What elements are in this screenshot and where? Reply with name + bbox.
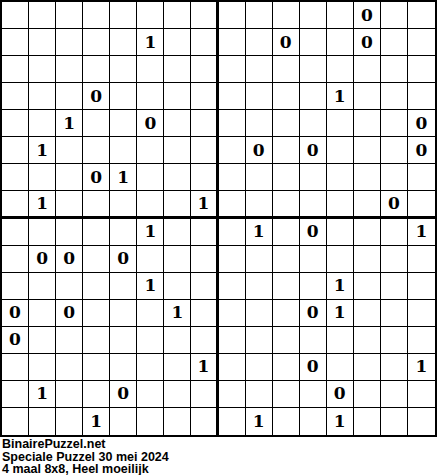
cell-empty[interactable] <box>408 83 435 110</box>
cell-empty[interactable] <box>191 408 218 435</box>
cell-empty[interactable] <box>327 246 354 273</box>
cell-empty[interactable] <box>83 2 110 29</box>
cell-given-0[interactable]: 0 <box>408 110 435 137</box>
cell-empty[interactable] <box>29 300 56 327</box>
cell-empty[interactable] <box>29 408 56 435</box>
cell-empty[interactable] <box>164 56 191 83</box>
cell-empty[interactable] <box>381 354 408 381</box>
cell-given-0[interactable]: 0 <box>83 164 110 191</box>
cell-empty[interactable] <box>56 354 83 381</box>
cell-empty[interactable] <box>83 246 110 273</box>
cell-empty[interactable] <box>2 56 29 83</box>
cell-empty[interactable] <box>273 354 300 381</box>
cell-empty[interactable] <box>219 83 246 110</box>
cell-given-1[interactable]: 1 <box>29 137 56 164</box>
cell-empty[interactable] <box>381 164 408 191</box>
cell-empty[interactable] <box>164 246 191 273</box>
cell-empty[interactable] <box>381 300 408 327</box>
cell-empty[interactable] <box>164 408 191 435</box>
cell-empty[interactable] <box>191 29 218 56</box>
cell-given-0[interactable]: 0 <box>381 191 408 218</box>
cell-empty[interactable] <box>273 56 300 83</box>
puzzle-page: 0100011001000011101101000110010101011001… <box>0 0 437 475</box>
cell-empty[interactable] <box>273 137 300 164</box>
cell-empty[interactable] <box>408 327 435 354</box>
cell-empty[interactable] <box>354 83 381 110</box>
cell-empty[interactable] <box>137 2 164 29</box>
cell-empty[interactable] <box>408 300 435 327</box>
cell-empty[interactable] <box>354 137 381 164</box>
cell-empty[interactable] <box>2 2 29 29</box>
cell-given-0[interactable]: 0 <box>300 137 327 164</box>
cell-empty[interactable] <box>327 110 354 137</box>
cell-empty[interactable] <box>191 83 218 110</box>
cell-empty[interactable] <box>83 354 110 381</box>
cell-empty[interactable] <box>300 408 327 435</box>
cell-empty[interactable] <box>354 273 381 300</box>
cell-empty[interactable] <box>110 408 137 435</box>
cell-empty[interactable] <box>164 273 191 300</box>
cell-empty[interactable] <box>408 246 435 273</box>
cell-empty[interactable] <box>2 381 29 408</box>
cell-empty[interactable] <box>110 219 137 246</box>
cell-empty[interactable] <box>246 164 273 191</box>
cell-empty[interactable] <box>381 110 408 137</box>
cell-empty[interactable] <box>110 300 137 327</box>
cell-given-0[interactable]: 0 <box>300 354 327 381</box>
cell-given-1[interactable]: 1 <box>110 164 137 191</box>
cell-empty[interactable] <box>29 273 56 300</box>
cell-empty[interactable] <box>300 56 327 83</box>
cell-empty[interactable] <box>381 219 408 246</box>
cell-empty[interactable] <box>219 164 246 191</box>
cell-empty[interactable] <box>29 354 56 381</box>
cell-empty[interactable] <box>164 137 191 164</box>
cell-empty[interactable] <box>110 2 137 29</box>
footer: BinairePuzzel.net Speciale Puzzel 30 mei… <box>0 437 437 475</box>
cell-empty[interactable] <box>219 246 246 273</box>
cell-empty[interactable] <box>408 164 435 191</box>
cell-given-0[interactable]: 0 <box>83 83 110 110</box>
cell-empty[interactable] <box>327 29 354 56</box>
cell-empty[interactable] <box>137 246 164 273</box>
cell-given-0[interactable]: 0 <box>327 381 354 408</box>
cell-empty[interactable] <box>56 327 83 354</box>
cell-given-1[interactable]: 1 <box>191 191 218 218</box>
cell-given-1[interactable]: 1 <box>246 219 273 246</box>
cell-empty[interactable] <box>29 164 56 191</box>
cell-empty[interactable] <box>273 273 300 300</box>
cell-given-0[interactable]: 0 <box>300 300 327 327</box>
cell-empty[interactable] <box>137 137 164 164</box>
cell-empty[interactable] <box>137 300 164 327</box>
cell-empty[interactable] <box>300 2 327 29</box>
cell-empty[interactable] <box>273 110 300 137</box>
cell-empty[interactable] <box>29 56 56 83</box>
cell-empty[interactable] <box>2 273 29 300</box>
cell-empty[interactable] <box>300 29 327 56</box>
cell-given-0[interactable]: 0 <box>273 29 300 56</box>
cell-empty[interactable] <box>408 273 435 300</box>
cell-empty[interactable] <box>164 110 191 137</box>
cell-empty[interactable] <box>191 273 218 300</box>
cell-given-1[interactable]: 1 <box>327 408 354 435</box>
cell-given-0[interactable]: 0 <box>246 137 273 164</box>
cell-given-1[interactable]: 1 <box>408 354 435 381</box>
cell-empty[interactable] <box>300 246 327 273</box>
cell-empty[interactable] <box>137 56 164 83</box>
cell-empty[interactable] <box>273 300 300 327</box>
cell-empty[interactable] <box>246 381 273 408</box>
cell-empty[interactable] <box>83 137 110 164</box>
cell-empty[interactable] <box>191 381 218 408</box>
cell-empty[interactable] <box>2 219 29 246</box>
cell-empty[interactable] <box>381 83 408 110</box>
cell-empty[interactable] <box>354 219 381 246</box>
cell-empty[interactable] <box>300 381 327 408</box>
cell-empty[interactable] <box>354 56 381 83</box>
cell-empty[interactable] <box>110 29 137 56</box>
cell-empty[interactable] <box>56 191 83 218</box>
cell-given-0[interactable]: 0 <box>110 246 137 273</box>
cell-empty[interactable] <box>219 2 246 29</box>
cell-empty[interactable] <box>29 2 56 29</box>
cell-empty[interactable] <box>408 191 435 218</box>
cell-given-1[interactable]: 1 <box>137 219 164 246</box>
cell-empty[interactable] <box>381 137 408 164</box>
cell-empty[interactable] <box>219 327 246 354</box>
cell-empty[interactable] <box>164 327 191 354</box>
cell-empty[interactable] <box>56 137 83 164</box>
site-name: BinairePuzzel.net <box>2 438 437 451</box>
cell-empty[interactable] <box>408 56 435 83</box>
cell-empty[interactable] <box>354 408 381 435</box>
cell-empty[interactable] <box>29 110 56 137</box>
cell-empty[interactable] <box>219 137 246 164</box>
cell-empty[interactable] <box>408 381 435 408</box>
cell-empty[interactable] <box>164 29 191 56</box>
cell-empty[interactable] <box>56 408 83 435</box>
cell-empty[interactable] <box>83 29 110 56</box>
cell-empty[interactable] <box>381 381 408 408</box>
cell-empty[interactable] <box>56 56 83 83</box>
cell-empty[interactable] <box>381 273 408 300</box>
cell-empty[interactable] <box>110 56 137 83</box>
cell-empty[interactable] <box>354 300 381 327</box>
cell-empty[interactable] <box>56 83 83 110</box>
cell-given-1[interactable]: 1 <box>56 110 83 137</box>
cell-empty[interactable] <box>56 29 83 56</box>
cell-given-0[interactable]: 0 <box>56 246 83 273</box>
cell-empty[interactable] <box>219 408 246 435</box>
cell-empty[interactable] <box>273 83 300 110</box>
cell-given-0[interactable]: 0 <box>110 381 137 408</box>
cell-empty[interactable] <box>137 191 164 218</box>
cell-empty[interactable] <box>246 191 273 218</box>
cell-given-1[interactable]: 1 <box>164 300 191 327</box>
cell-given-0[interactable]: 0 <box>137 110 164 137</box>
cell-empty[interactable] <box>219 56 246 83</box>
cell-given-0[interactable]: 0 <box>56 300 83 327</box>
cell-empty[interactable] <box>408 2 435 29</box>
cell-empty[interactable] <box>327 56 354 83</box>
cell-given-0[interactable]: 0 <box>2 327 29 354</box>
cell-given-1[interactable]: 1 <box>191 354 218 381</box>
cell-empty[interactable] <box>137 354 164 381</box>
cell-empty[interactable] <box>246 273 273 300</box>
cell-empty[interactable] <box>354 110 381 137</box>
cell-empty[interactable] <box>300 191 327 218</box>
cell-empty[interactable] <box>219 29 246 56</box>
cell-empty[interactable] <box>164 219 191 246</box>
cell-empty[interactable] <box>164 354 191 381</box>
cell-empty[interactable] <box>2 137 29 164</box>
cell-empty[interactable] <box>164 2 191 29</box>
cell-given-0[interactable]: 0 <box>408 137 435 164</box>
cell-empty[interactable] <box>29 29 56 56</box>
cell-empty[interactable] <box>381 56 408 83</box>
cell-empty[interactable] <box>246 246 273 273</box>
cell-empty[interactable] <box>300 273 327 300</box>
cell-empty[interactable] <box>83 191 110 218</box>
cell-empty[interactable] <box>219 354 246 381</box>
cell-given-1[interactable]: 1 <box>29 381 56 408</box>
cell-empty[interactable] <box>2 110 29 137</box>
cell-empty[interactable] <box>137 408 164 435</box>
cell-empty[interactable] <box>381 327 408 354</box>
cell-empty[interactable] <box>273 164 300 191</box>
cell-given-1[interactable]: 1 <box>408 219 435 246</box>
cell-empty[interactable] <box>110 137 137 164</box>
cell-empty[interactable] <box>164 83 191 110</box>
cell-empty[interactable] <box>2 354 29 381</box>
cell-given-1[interactable]: 1 <box>137 29 164 56</box>
cell-given-1[interactable]: 1 <box>137 273 164 300</box>
cell-empty[interactable] <box>327 354 354 381</box>
binary-puzzle-board: 0100011001000011101101000110010101011001… <box>0 0 437 437</box>
cell-given-0[interactable]: 0 <box>300 219 327 246</box>
cell-given-0[interactable]: 0 <box>354 29 381 56</box>
cell-empty[interactable] <box>408 408 435 435</box>
cell-empty[interactable] <box>191 56 218 83</box>
cell-empty[interactable] <box>327 327 354 354</box>
cell-empty[interactable] <box>56 219 83 246</box>
cell-empty[interactable] <box>110 354 137 381</box>
cell-empty[interactable] <box>381 246 408 273</box>
cell-empty[interactable] <box>327 164 354 191</box>
cell-empty[interactable] <box>219 219 246 246</box>
cell-given-0[interactable]: 0 <box>354 2 381 29</box>
cell-empty[interactable] <box>2 191 29 218</box>
cell-empty[interactable] <box>354 327 381 354</box>
cell-empty[interactable] <box>246 354 273 381</box>
cell-empty[interactable] <box>110 191 137 218</box>
cell-empty[interactable] <box>2 164 29 191</box>
cell-empty[interactable] <box>110 327 137 354</box>
cell-empty[interactable] <box>246 300 273 327</box>
cell-empty[interactable] <box>56 381 83 408</box>
cell-empty[interactable] <box>137 381 164 408</box>
cell-given-0[interactable]: 0 <box>2 300 29 327</box>
cell-empty[interactable] <box>327 2 354 29</box>
cell-empty[interactable] <box>246 327 273 354</box>
cell-empty[interactable] <box>83 300 110 327</box>
cell-empty[interactable] <box>29 83 56 110</box>
cell-given-1[interactable]: 1 <box>327 273 354 300</box>
cell-empty[interactable] <box>137 164 164 191</box>
cell-empty[interactable] <box>354 164 381 191</box>
cell-empty[interactable] <box>246 2 273 29</box>
cell-empty[interactable] <box>273 191 300 218</box>
cell-empty[interactable] <box>381 408 408 435</box>
cell-given-1[interactable]: 1 <box>29 191 56 218</box>
cell-empty[interactable] <box>110 110 137 137</box>
cell-empty[interactable] <box>164 164 191 191</box>
cell-empty[interactable] <box>219 273 246 300</box>
cell-empty[interactable] <box>191 219 218 246</box>
cell-empty[interactable] <box>137 327 164 354</box>
cell-empty[interactable] <box>219 381 246 408</box>
cell-empty[interactable] <box>164 191 191 218</box>
cell-empty[interactable] <box>381 2 408 29</box>
cell-empty[interactable] <box>300 164 327 191</box>
cell-empty[interactable] <box>2 408 29 435</box>
cell-empty[interactable] <box>191 110 218 137</box>
cell-empty[interactable] <box>164 381 191 408</box>
cell-empty[interactable] <box>273 327 300 354</box>
cell-empty[interactable] <box>354 246 381 273</box>
cell-given-1[interactable]: 1 <box>327 300 354 327</box>
cell-empty[interactable] <box>83 273 110 300</box>
cell-empty[interactable] <box>219 300 246 327</box>
cell-empty[interactable] <box>273 381 300 408</box>
cell-empty[interactable] <box>83 56 110 83</box>
cell-empty[interactable] <box>327 137 354 164</box>
cell-empty[interactable] <box>110 83 137 110</box>
cell-empty[interactable] <box>219 191 246 218</box>
cell-empty[interactable] <box>191 137 218 164</box>
cell-empty[interactable] <box>2 29 29 56</box>
cell-given-1[interactable]: 1 <box>246 408 273 435</box>
cell-empty[interactable] <box>354 381 381 408</box>
cell-empty[interactable] <box>246 83 273 110</box>
puzzle-difficulty: 4 maal 8x8, Heel moeilijk <box>2 463 437 475</box>
cell-empty[interactable] <box>246 56 273 83</box>
cell-empty[interactable] <box>273 219 300 246</box>
cell-empty[interactable] <box>381 29 408 56</box>
cell-empty[interactable] <box>83 327 110 354</box>
cell-empty[interactable] <box>29 219 56 246</box>
cell-empty[interactable] <box>83 219 110 246</box>
cell-empty[interactable] <box>2 246 29 273</box>
cell-given-0[interactable]: 0 <box>29 246 56 273</box>
cell-empty[interactable] <box>83 381 110 408</box>
cell-empty[interactable] <box>300 83 327 110</box>
cell-empty[interactable] <box>56 164 83 191</box>
cell-empty[interactable] <box>191 327 218 354</box>
cell-empty[interactable] <box>191 2 218 29</box>
cell-empty[interactable] <box>300 327 327 354</box>
cell-empty[interactable] <box>246 110 273 137</box>
cell-empty[interactable] <box>191 164 218 191</box>
cell-given-1[interactable]: 1 <box>327 83 354 110</box>
cell-empty[interactable] <box>354 354 381 381</box>
cell-empty[interactable] <box>273 2 300 29</box>
cell-empty[interactable] <box>56 2 83 29</box>
cell-empty[interactable] <box>300 110 327 137</box>
cell-empty[interactable] <box>273 408 300 435</box>
cell-empty[interactable] <box>327 219 354 246</box>
cell-empty[interactable] <box>273 246 300 273</box>
cell-empty[interactable] <box>219 110 246 137</box>
cell-empty[interactable] <box>354 191 381 218</box>
cell-empty[interactable] <box>110 273 137 300</box>
cell-empty[interactable] <box>2 83 29 110</box>
cell-empty[interactable] <box>327 191 354 218</box>
cell-empty[interactable] <box>137 83 164 110</box>
cell-empty[interactable] <box>56 273 83 300</box>
cell-empty[interactable] <box>191 300 218 327</box>
cell-empty[interactable] <box>246 29 273 56</box>
cell-empty[interactable] <box>408 29 435 56</box>
cell-empty[interactable] <box>83 110 110 137</box>
cell-given-1[interactable]: 1 <box>83 408 110 435</box>
cell-empty[interactable] <box>29 327 56 354</box>
cell-empty[interactable] <box>191 246 218 273</box>
